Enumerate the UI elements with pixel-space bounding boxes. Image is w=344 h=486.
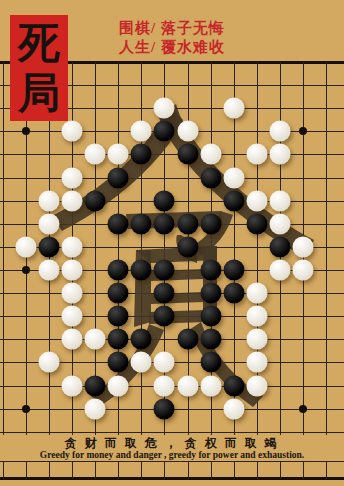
black-stone xyxy=(154,190,175,211)
white-stone xyxy=(246,306,267,327)
white-stone xyxy=(131,352,152,373)
white-stone xyxy=(62,329,83,350)
white-stone xyxy=(246,144,267,165)
white-stone xyxy=(85,398,106,419)
black-stone xyxy=(246,213,267,234)
black-stone xyxy=(154,283,175,304)
white-stone xyxy=(62,167,83,188)
star-point xyxy=(299,127,307,135)
board-hline xyxy=(0,339,344,340)
white-stone xyxy=(39,190,60,211)
white-stone xyxy=(223,398,244,419)
black-stone xyxy=(177,213,198,234)
black-stone xyxy=(154,306,175,327)
black-stone xyxy=(108,213,129,234)
badge-char-dead: 死 xyxy=(18,18,60,68)
caption-english: Greedy for money and danger , greedy for… xyxy=(0,450,344,461)
black-stone xyxy=(131,259,152,280)
white-stone xyxy=(246,329,267,350)
black-stone xyxy=(154,398,175,419)
white-stone xyxy=(246,283,267,304)
white-stone xyxy=(85,329,106,350)
white-stone xyxy=(200,144,221,165)
black-stone xyxy=(200,259,221,280)
white-stone xyxy=(62,306,83,327)
black-stone xyxy=(154,121,175,142)
black-stone xyxy=(177,144,198,165)
white-stone xyxy=(62,121,83,142)
black-stone xyxy=(223,259,244,280)
board-hline xyxy=(0,432,344,433)
black-stone xyxy=(154,213,175,234)
star-point xyxy=(22,266,30,274)
white-stone xyxy=(177,121,198,142)
black-stone xyxy=(269,236,290,257)
star-point xyxy=(22,405,30,413)
black-stone xyxy=(108,283,129,304)
black-stone xyxy=(177,329,198,350)
title-badge: 死 局 xyxy=(10,15,68,121)
white-stone xyxy=(177,375,198,396)
white-stone xyxy=(62,259,83,280)
white-stone xyxy=(200,375,221,396)
white-stone xyxy=(154,375,175,396)
white-stone xyxy=(62,283,83,304)
black-stone xyxy=(223,375,244,396)
black-stone xyxy=(131,329,152,350)
white-stone xyxy=(269,190,290,211)
white-stone xyxy=(39,213,60,234)
black-stone xyxy=(131,144,152,165)
black-stone xyxy=(39,236,60,257)
black-stone xyxy=(177,236,198,257)
white-stone xyxy=(108,375,129,396)
white-stone xyxy=(292,236,313,257)
star-point xyxy=(22,127,30,135)
black-stone xyxy=(108,259,129,280)
white-stone xyxy=(39,352,60,373)
white-stone xyxy=(62,375,83,396)
black-stone xyxy=(200,352,221,373)
black-stone xyxy=(200,329,221,350)
white-stone xyxy=(85,144,106,165)
white-stone xyxy=(131,121,152,142)
black-stone xyxy=(200,167,221,188)
white-stone xyxy=(16,236,37,257)
black-stone xyxy=(223,283,244,304)
white-stone xyxy=(246,352,267,373)
white-stone xyxy=(269,259,290,280)
board-hline xyxy=(0,178,344,179)
white-stone xyxy=(269,213,290,234)
black-stone xyxy=(108,329,129,350)
black-stone xyxy=(200,306,221,327)
star-point xyxy=(299,405,307,413)
white-stone xyxy=(62,236,83,257)
black-stone xyxy=(154,259,175,280)
white-stone xyxy=(292,259,313,280)
white-stone xyxy=(154,352,175,373)
black-stone xyxy=(85,190,106,211)
black-stone xyxy=(200,283,221,304)
black-stone xyxy=(108,306,129,327)
black-stone xyxy=(108,167,129,188)
white-stone xyxy=(246,190,267,211)
white-stone xyxy=(154,98,175,119)
white-stone xyxy=(62,190,83,211)
board-hline xyxy=(0,477,344,480)
white-stone xyxy=(269,121,290,142)
white-stone xyxy=(223,98,244,119)
black-stone xyxy=(223,190,244,211)
board-vline xyxy=(3,62,4,479)
badge-char-game: 局 xyxy=(18,68,60,118)
white-stone xyxy=(269,144,290,165)
white-stone xyxy=(108,144,129,165)
black-stone xyxy=(131,213,152,234)
board-vline xyxy=(326,62,327,479)
board-hline xyxy=(0,154,344,155)
board-vline xyxy=(257,62,258,479)
white-stone xyxy=(223,167,244,188)
white-stone xyxy=(246,375,267,396)
caption-chinese: 贪 财 而 取 危 ， 贪 权 而 取 竭 xyxy=(0,436,344,450)
black-stone xyxy=(108,352,129,373)
caption-band: 贪 财 而 取 危 ， 贪 权 而 取 竭 Greedy for money a… xyxy=(0,435,344,462)
poster-background: 死 局 围棋/ 落子无悔 人生/ 覆水难收 贪 财 而 取 危 ， 贪 权 而 … xyxy=(0,0,344,486)
white-stone xyxy=(39,259,60,280)
black-stone xyxy=(85,375,106,396)
black-stone xyxy=(200,213,221,234)
